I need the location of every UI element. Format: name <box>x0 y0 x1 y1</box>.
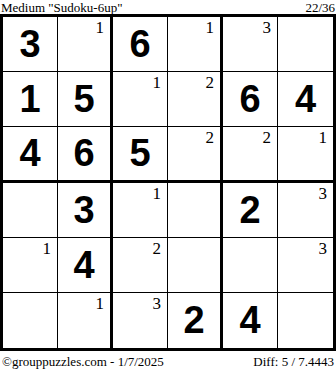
cell-value: 4 <box>73 246 94 284</box>
corner-mark: 2 <box>153 240 162 257</box>
cell-r5c2[interactable]: 4 <box>58 238 113 293</box>
cell-r4c5[interactable]: 2 <box>223 183 278 238</box>
cell-r5c4[interactable] <box>168 238 223 293</box>
cell-value: 3 <box>73 191 94 229</box>
cell-value: 3 <box>19 25 40 63</box>
corner-mark: 2 <box>206 74 215 91</box>
corner-mark: 3 <box>319 240 328 257</box>
cell-value: 6 <box>129 25 150 63</box>
cell-value: 1 <box>19 80 40 118</box>
cell-value: 5 <box>129 134 150 172</box>
puzzle-title: Medium "Sudoku-6up" <box>1 1 122 14</box>
cell-value: 2 <box>239 191 260 229</box>
cell-r5c5[interactable] <box>223 238 278 293</box>
corner-mark: 3 <box>263 19 272 36</box>
cell-r2c3[interactable]: 1 <box>113 72 168 127</box>
cell-r3c3[interactable]: 5 <box>113 127 168 182</box>
cell-r2c2[interactable]: 5 <box>58 72 113 127</box>
corner-mark: 1 <box>319 129 328 146</box>
cell-r3c2[interactable]: 6 <box>58 127 113 182</box>
cell-value: 6 <box>239 80 260 118</box>
cell-r4c2[interactable]: 3 <box>58 183 113 238</box>
cell-r1c4[interactable]: 1 <box>168 17 223 72</box>
cell-r3c1[interactable]: 4 <box>3 127 58 182</box>
cell-r6c1[interactable] <box>3 293 58 348</box>
puzzle-page: Medium "Sudoku-6up" 22/36 3 1 6 1 3 1 5 … <box>0 0 336 370</box>
cell-r4c6[interactable]: 3 <box>278 183 333 238</box>
cell-r1c1[interactable]: 3 <box>3 17 58 72</box>
cell-r1c3[interactable]: 6 <box>113 17 168 72</box>
corner-mark: 2 <box>206 129 215 146</box>
cell-value: 4 <box>295 80 316 118</box>
cell-r6c5[interactable]: 4 <box>223 293 278 348</box>
corner-mark: 3 <box>153 295 162 312</box>
cell-r4c3[interactable]: 1 <box>113 183 168 238</box>
cell-value: 6 <box>73 134 94 172</box>
cell-r2c1[interactable]: 1 <box>3 72 58 127</box>
cell-r2c6[interactable]: 4 <box>278 72 333 127</box>
cell-r3c6[interactable]: 1 <box>278 127 333 182</box>
corner-mark: 1 <box>153 74 162 91</box>
corner-mark: 2 <box>263 129 272 146</box>
corner-mark: 1 <box>96 19 105 36</box>
cell-r6c3[interactable]: 3 <box>113 293 168 348</box>
sudoku-grid: 3 1 6 1 3 1 5 1 2 6 4 4 6 5 2 2 1 3 1 2 … <box>0 14 336 351</box>
cell-r5c3[interactable]: 2 <box>113 238 168 293</box>
header: Medium "Sudoku-6up" 22/36 <box>0 0 336 14</box>
cell-r4c1[interactable] <box>3 183 58 238</box>
cell-value: 4 <box>19 134 40 172</box>
difficulty-label: Diff: 5 / 7.4443 <box>253 354 334 370</box>
corner-mark: 3 <box>319 185 328 202</box>
cell-value: 2 <box>183 301 204 339</box>
cell-r6c2[interactable]: 1 <box>58 293 113 348</box>
footer: ©grouppuzzles.com - 1/7/2025 Diff: 5 / 7… <box>0 351 336 370</box>
cell-r3c5[interactable]: 2 <box>223 127 278 182</box>
corner-mark: 1 <box>153 185 162 202</box>
cell-r6c4[interactable]: 2 <box>168 293 223 348</box>
cell-r3c4[interactable]: 2 <box>168 127 223 182</box>
cell-value: 5 <box>73 80 94 118</box>
copyright-date: ©grouppuzzles.com - 1/7/2025 <box>2 354 164 370</box>
cell-r5c1[interactable]: 1 <box>3 238 58 293</box>
cell-r2c5[interactable]: 6 <box>223 72 278 127</box>
cell-r1c6[interactable] <box>278 17 333 72</box>
cell-r2c4[interactable]: 2 <box>168 72 223 127</box>
givens-counter: 22/36 <box>305 1 335 14</box>
cell-value: 4 <box>239 301 260 339</box>
cell-r1c5[interactable]: 3 <box>223 17 278 72</box>
cell-r4c4[interactable] <box>168 183 223 238</box>
corner-mark: 1 <box>96 295 105 312</box>
corner-mark: 1 <box>206 19 215 36</box>
cell-r5c6[interactable]: 3 <box>278 238 333 293</box>
cell-r6c6[interactable] <box>278 293 333 348</box>
corner-mark: 1 <box>43 240 52 257</box>
cell-r1c2[interactable]: 1 <box>58 17 113 72</box>
